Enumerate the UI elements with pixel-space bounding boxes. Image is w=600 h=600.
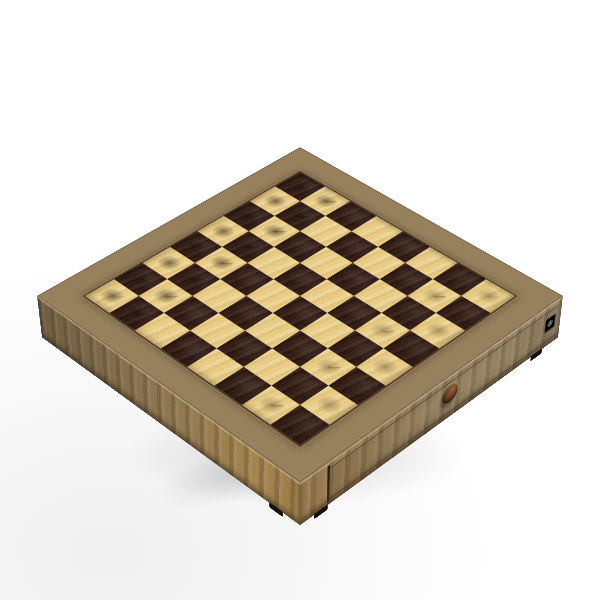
square-c5 bbox=[218, 296, 272, 331]
product-photo: ♜♟♟♜♞♟♟♞♝♟♟♝♚♟♟♚♛♟♟♛♝♟♟♝♞♟♟♞♜♟♟♜ ♔ bbox=[0, 0, 600, 600]
square-a7: ♟ bbox=[110, 296, 164, 331]
crown-icon: ♔ bbox=[547, 317, 554, 329]
